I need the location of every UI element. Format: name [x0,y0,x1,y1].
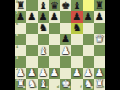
square-e3[interactable] [60,56,71,67]
file-label-e: e [68,86,70,90]
square-e5[interactable]: ♟ [60,34,71,45]
square-e7[interactable] [60,11,71,22]
piece-black-pawn[interactable]: ♟ [61,34,70,44]
piece-white-pawn[interactable]: ♟ [72,68,81,78]
square-e2[interactable] [60,68,71,79]
square-h7[interactable]: ♟ [94,11,105,22]
piece-black-rook[interactable]: ♜ [16,0,25,10]
square-d4[interactable] [49,45,60,56]
rank-label-6: 6 [16,23,18,27]
square-b2[interactable]: ♟ [26,68,37,79]
square-b5[interactable] [26,34,37,45]
square-b4[interactable] [26,45,37,56]
piece-black-rook[interactable]: ♜ [95,0,104,10]
chess-app-stage: ♜8♝♛♚♝♜♟7♟♟♟♟♟♟6♞♞5♟♛4♝♟3♟2♟♟♟♟♟♟♜1a♞b♝c… [0,0,120,90]
square-f7[interactable]: ♟ [71,11,82,22]
piece-white-pawn[interactable]: ♟ [50,68,59,78]
piece-black-knight[interactable]: ♞ [72,23,81,33]
piece-black-pawn[interactable]: ♟ [72,11,81,21]
square-d3[interactable] [49,56,60,67]
square-g8[interactable] [83,0,94,11]
square-a5[interactable]: 5 [15,34,26,45]
square-h3[interactable] [94,56,105,67]
square-d8[interactable]: ♛ [49,0,60,11]
square-a1[interactable]: ♜1a [15,79,26,90]
piece-white-pawn[interactable]: ♟ [16,68,25,78]
square-b8[interactable] [26,0,37,11]
piece-white-knight[interactable]: ♞ [84,79,93,89]
piece-white-rook[interactable]: ♜ [95,79,104,89]
rank-label-4: 4 [16,46,18,50]
square-g5[interactable] [83,34,94,45]
square-f3[interactable] [71,56,82,67]
square-e6[interactable] [60,23,71,34]
chess-board: ♜8♝♛♚♝♜♟7♟♟♟♟♟♟6♞♞5♟♛4♝♟3♟2♟♟♟♟♟♟♜1a♞b♝c… [15,0,105,90]
file-label-g: g [90,86,93,90]
square-d5[interactable] [49,34,60,45]
piece-white-bishop[interactable]: ♝ [39,79,48,89]
square-c2[interactable]: ♟ [38,68,49,79]
square-c5[interactable] [38,34,49,45]
rank-label-2: 2 [16,68,18,72]
piece-black-pawn[interactable]: ♟ [95,11,104,21]
square-f1[interactable]: f [71,79,82,90]
square-a6[interactable]: 6 [15,23,26,34]
square-g3[interactable] [83,56,94,67]
square-c7[interactable]: ♟ [38,11,49,22]
square-g6[interactable] [83,23,94,34]
piece-white-pawn[interactable]: ♟ [84,68,93,78]
square-c1[interactable]: ♝c [38,79,49,90]
file-label-f: f [80,86,82,90]
piece-black-bishop[interactable]: ♝ [72,0,81,10]
file-label-a: a [23,86,25,90]
square-d6[interactable] [49,23,60,34]
piece-black-pawn[interactable]: ♟ [39,11,48,21]
square-h4[interactable] [94,45,105,56]
piece-black-pawn[interactable]: ♟ [50,11,59,21]
piece-black-pawn[interactable]: ♟ [84,11,93,21]
piece-white-pawn[interactable]: ♟ [27,68,36,78]
piece-white-king[interactable]: ♚ [61,79,70,89]
square-a8[interactable]: ♜8 [15,0,26,11]
piece-white-rook[interactable]: ♜ [16,79,25,89]
square-g7[interactable]: ♟ [83,11,94,22]
square-a4[interactable]: 4 [15,45,26,56]
square-a7[interactable]: ♟7 [15,11,26,22]
square-d2[interactable]: ♟ [49,68,60,79]
square-b3[interactable] [26,56,37,67]
square-e8[interactable]: ♚ [60,0,71,11]
square-h5[interactable]: ♛ [94,34,105,45]
square-a3[interactable]: 3 [15,56,26,67]
square-c6[interactable]: ♞ [38,23,49,34]
square-b6[interactable] [26,23,37,34]
square-d1[interactable]: d [49,79,60,90]
piece-white-pawn[interactable]: ♟ [39,68,48,78]
square-g2[interactable]: ♟ [83,68,94,79]
square-c3[interactable] [38,56,49,67]
square-h1[interactable]: ♜h [94,79,105,90]
square-e4[interactable]: ♟ [60,45,71,56]
piece-white-pawn[interactable]: ♟ [95,68,104,78]
rank-label-7: 7 [16,12,18,16]
file-label-c: c [46,86,48,90]
piece-white-queen[interactable]: ♛ [95,34,104,44]
square-d7[interactable]: ♟ [49,11,60,22]
square-e1[interactable]: ♚e [60,79,71,90]
square-f2[interactable]: ♟ [71,68,82,79]
square-h8[interactable]: ♜ [94,0,105,11]
square-f5[interactable] [71,34,82,45]
square-c8[interactable]: ♝ [38,0,49,11]
file-label-h: h [102,86,105,90]
piece-white-pawn[interactable]: ♟ [61,45,70,55]
square-g4[interactable] [83,45,94,56]
square-f6[interactable]: ♞ [71,23,82,34]
square-h6[interactable] [94,23,105,34]
square-c4[interactable]: ♝ [38,45,49,56]
piece-white-bishop[interactable]: ♝ [39,45,48,55]
piece-black-pawn[interactable]: ♟ [16,11,25,21]
square-a2[interactable]: ♟2 [15,68,26,79]
piece-black-knight[interactable]: ♞ [39,23,48,33]
square-f8[interactable]: ♝ [71,0,82,11]
piece-white-knight[interactable]: ♞ [27,79,36,89]
piece-black-bishop[interactable]: ♝ [39,0,48,10]
piece-black-king[interactable]: ♚ [61,0,70,10]
file-label-d: d [57,86,60,90]
right-letterbox-bar [105,0,120,90]
square-f4[interactable] [71,45,82,56]
rank-label-1: 1 [16,79,18,83]
rank-label-5: 5 [16,34,18,38]
rank-label-8: 8 [16,1,18,5]
square-g1[interactable]: ♞g [83,79,94,90]
rank-label-3: 3 [16,57,18,61]
file-label-b: b [34,86,37,90]
piece-black-queen[interactable]: ♛ [50,0,59,10]
square-b1[interactable]: ♞b [26,79,37,90]
piece-black-pawn[interactable]: ♟ [27,11,36,21]
left-letterbox-bar [0,0,15,90]
square-b7[interactable]: ♟ [26,11,37,22]
square-h2[interactable]: ♟ [94,68,105,79]
